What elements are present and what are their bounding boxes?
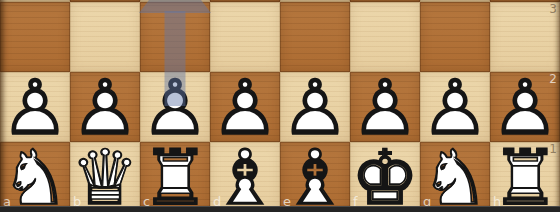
white-bishop-glyph-outline: ♗ (210, 142, 280, 212)
white-knight-glyph-outline: ♘ (0, 142, 70, 212)
white-pawn-a2[interactable]: ♟♙ (0, 72, 70, 142)
square-f3[interactable] (350, 2, 420, 72)
white-pawn-glyph-outline: ♙ (140, 72, 210, 142)
white-pawn-glyph-outline: ♙ (280, 72, 350, 142)
square-c1[interactable]: ♜♖c (140, 142, 210, 212)
white-pawn-f2[interactable]: ♟♙ (350, 72, 420, 142)
bottom-ui-bar (0, 206, 560, 212)
chess-board[interactable]: 3♟♙♟♙♟♙♟♙♟♙♟♙♟♙♟♙2♞♘a♛♕b♜♖c♝♗d♝♗e♚♔f♞♘g♜… (0, 0, 560, 212)
white-pawn-glyph-outline: ♙ (420, 72, 490, 142)
square-f1[interactable]: ♚♔f (350, 142, 420, 212)
white-pawn-g2[interactable]: ♟♙ (420, 72, 490, 142)
white-queen-glyph-outline: ♕ (70, 142, 140, 212)
white-bishop-d1[interactable]: ♝♗ (210, 142, 280, 212)
white-rook-c1[interactable]: ♜♖ (140, 142, 210, 212)
square-c3[interactable] (140, 2, 210, 72)
square-b2[interactable]: ♟♙ (70, 72, 140, 142)
white-pawn-c2[interactable]: ♟♙ (140, 72, 210, 142)
square-b1[interactable]: ♛♕b (70, 142, 140, 212)
rank-coordinate-3: 3 (549, 2, 557, 16)
white-pawn-d2[interactable]: ♟♙ (210, 72, 280, 142)
white-pawn-glyph-outline: ♙ (0, 72, 70, 142)
square-e2[interactable]: ♟♙ (280, 72, 350, 142)
white-rook-h1[interactable]: ♜♖ (490, 142, 560, 212)
white-rook-glyph-outline: ♖ (490, 142, 560, 212)
square-d3[interactable] (210, 2, 280, 72)
square-g1[interactable]: ♞♘g (420, 142, 490, 212)
square-e3[interactable] (280, 2, 350, 72)
white-pawn-glyph-outline: ♙ (350, 72, 420, 142)
white-bishop-glyph-outline: ♗ (280, 142, 350, 212)
square-a2[interactable]: ♟♙ (0, 72, 70, 142)
white-knight-g1[interactable]: ♞♘ (420, 142, 490, 212)
square-h1[interactable]: ♜♖h1 (490, 142, 560, 212)
white-pawn-h2[interactable]: ♟♙ (490, 72, 560, 142)
square-e1[interactable]: ♝♗e (280, 142, 350, 212)
square-g2[interactable]: ♟♙ (420, 72, 490, 142)
square-d1[interactable]: ♝♗d (210, 142, 280, 212)
square-g3[interactable] (420, 2, 490, 72)
white-pawn-glyph-outline: ♙ (210, 72, 280, 142)
white-knight-a1[interactable]: ♞♘ (0, 142, 70, 212)
white-bishop-e1[interactable]: ♝♗ (280, 142, 350, 212)
square-b3[interactable] (70, 2, 140, 72)
square-a1[interactable]: ♞♘a (0, 142, 70, 212)
square-c2[interactable]: ♟♙ (140, 72, 210, 142)
square-h3[interactable]: 3 (490, 2, 560, 72)
chess-board-viewport: 3♟♙♟♙♟♙♟♙♟♙♟♙♟♙♟♙2♞♘a♛♕b♜♖c♝♗d♝♗e♚♔f♞♘g♜… (0, 0, 560, 212)
white-knight-glyph-outline: ♘ (420, 142, 490, 212)
white-king-glyph-outline: ♔ (350, 142, 420, 212)
white-king-f1[interactable]: ♚♔ (350, 142, 420, 212)
white-pawn-glyph-outline: ♙ (490, 72, 560, 142)
white-rook-glyph-outline: ♖ (140, 142, 210, 212)
square-f2[interactable]: ♟♙ (350, 72, 420, 142)
square-d2[interactable]: ♟♙ (210, 72, 280, 142)
square-a3[interactable] (0, 2, 70, 72)
square-h2[interactable]: ♟♙2 (490, 72, 560, 142)
white-pawn-b2[interactable]: ♟♙ (70, 72, 140, 142)
white-queen-b1[interactable]: ♛♕ (70, 142, 140, 212)
white-pawn-glyph-outline: ♙ (70, 72, 140, 142)
white-pawn-e2[interactable]: ♟♙ (280, 72, 350, 142)
